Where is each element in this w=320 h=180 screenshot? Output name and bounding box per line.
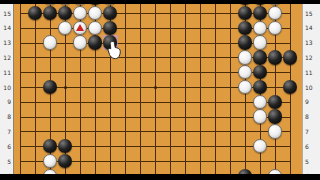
stone-white — [268, 21, 283, 36]
row-label-left: 14 — [0, 24, 11, 31]
stone-black — [268, 95, 283, 110]
stone-white — [268, 124, 283, 139]
row-label-right: 10 — [305, 84, 317, 91]
letterbox-bottom — [0, 174, 320, 180]
row-label-left: 5 — [0, 158, 11, 165]
stone-black — [43, 139, 58, 154]
stone-white — [253, 21, 268, 36]
stone-white — [238, 65, 253, 80]
row-label-left: 13 — [0, 39, 11, 46]
stone-black — [58, 6, 73, 21]
stone-black — [253, 50, 268, 65]
stone-black — [238, 6, 253, 21]
stone-black — [253, 80, 268, 95]
stone-black — [103, 21, 118, 36]
stone-white — [253, 95, 268, 110]
letterbox-top — [0, 0, 320, 4]
stone-black — [238, 21, 253, 36]
stone-black — [88, 35, 103, 50]
row-label-left: 7 — [0, 128, 11, 135]
stone-white — [43, 35, 58, 50]
row-label-right: 8 — [305, 113, 317, 120]
stone-black — [268, 50, 283, 65]
cursor-hand-icon — [107, 41, 122, 61]
stone-black — [43, 6, 58, 21]
row-label-left: 10 — [0, 84, 11, 91]
row-label-left: 6 — [0, 143, 11, 150]
row-label-right: 11 — [305, 69, 317, 76]
stone-white — [238, 50, 253, 65]
grid-line-horizontal — [20, 117, 291, 118]
stone-white — [253, 109, 268, 124]
stone-white — [73, 35, 88, 50]
triangle-marker — [76, 24, 84, 31]
stone-white — [58, 21, 73, 36]
stone-black — [103, 6, 118, 21]
row-label-left: 12 — [0, 54, 11, 61]
stone-black — [58, 139, 73, 154]
grid-line-horizontal — [20, 102, 291, 103]
stone-black — [58, 154, 73, 169]
row-label-right: 5 — [305, 158, 317, 165]
row-label-right: 7 — [305, 128, 317, 135]
star-point — [64, 86, 67, 89]
row-label-right: 14 — [305, 24, 317, 31]
stone-white — [253, 35, 268, 50]
stone-white — [253, 139, 268, 154]
stone-white — [88, 21, 103, 36]
row-label-right: 13 — [305, 39, 317, 46]
stone-black — [283, 80, 298, 95]
star-point — [154, 86, 157, 89]
stone-black — [253, 65, 268, 80]
stone-black — [283, 50, 298, 65]
row-label-right: 6 — [305, 143, 317, 150]
stone-black — [238, 35, 253, 50]
grid-line-horizontal — [20, 131, 291, 132]
row-label-left: 9 — [0, 98, 11, 105]
row-label-left: 11 — [0, 69, 11, 76]
stone-white — [73, 6, 88, 21]
stone-white — [268, 6, 283, 21]
stone-black — [268, 109, 283, 124]
row-label-right: 9 — [305, 98, 317, 105]
go-board-screen: 151413121110987654151413121110987654 — [0, 0, 320, 180]
stone-white — [238, 80, 253, 95]
stone-white — [88, 6, 103, 21]
stone-black — [43, 80, 58, 95]
row-label-right: 12 — [305, 54, 317, 61]
row-label-right: 15 — [305, 10, 317, 17]
stone-black — [253, 6, 268, 21]
stone-white — [43, 154, 58, 169]
stone-black — [28, 6, 43, 21]
row-label-left: 8 — [0, 113, 11, 120]
row-label-left: 15 — [0, 10, 11, 17]
